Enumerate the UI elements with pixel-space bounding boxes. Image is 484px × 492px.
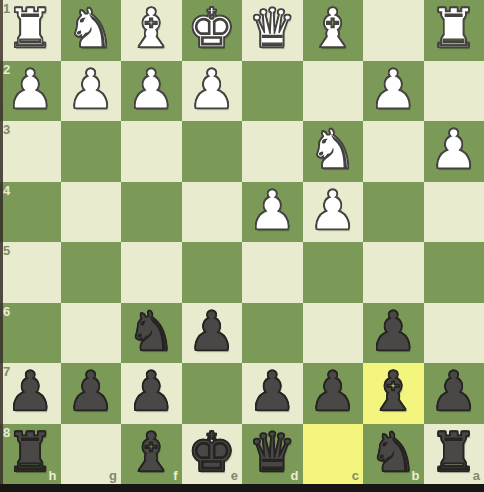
- square-g4[interactable]: [61, 182, 122, 243]
- white-rook-piece[interactable]: ♜: [430, 2, 478, 56]
- square-b6[interactable]: ♟: [363, 303, 424, 364]
- black-pawn-piece[interactable]: ♟: [430, 365, 478, 419]
- black-pawn-piece[interactable]: ♟: [6, 365, 54, 419]
- white-queen-piece[interactable]: ♛: [248, 2, 296, 56]
- square-e2[interactable]: ♟: [182, 61, 243, 122]
- square-f2[interactable]: ♟: [121, 61, 182, 122]
- window-left-edge: [0, 0, 3, 484]
- white-rook-piece[interactable]: ♜: [6, 2, 54, 56]
- square-h1[interactable]: ♜1: [0, 0, 61, 61]
- white-pawn-piece[interactable]: ♟: [6, 63, 54, 117]
- square-b5[interactable]: [363, 242, 424, 303]
- black-pawn-piece[interactable]: ♟: [248, 365, 296, 419]
- white-king-piece[interactable]: ♚: [188, 2, 236, 56]
- square-f3[interactable]: [121, 121, 182, 182]
- black-rook-piece[interactable]: ♜: [6, 426, 54, 480]
- square-d1[interactable]: ♛: [242, 0, 303, 61]
- square-a2[interactable]: [424, 61, 484, 122]
- square-c3[interactable]: ♞: [303, 121, 364, 182]
- square-f8[interactable]: ♝f: [121, 424, 182, 485]
- rank-label-4: 4: [3, 184, 10, 197]
- square-h7[interactable]: ♟7: [0, 363, 61, 424]
- square-d3[interactable]: [242, 121, 303, 182]
- square-e8[interactable]: ♚e: [182, 424, 243, 485]
- white-pawn-piece[interactable]: ♟: [67, 63, 115, 117]
- square-c8[interactable]: c: [303, 424, 364, 485]
- black-bishop-piece[interactable]: ♝: [369, 365, 417, 419]
- square-d7[interactable]: ♟: [242, 363, 303, 424]
- square-c6[interactable]: [303, 303, 364, 364]
- rank-label-5: 5: [3, 244, 10, 257]
- rank-label-6: 6: [3, 305, 10, 318]
- square-f5[interactable]: [121, 242, 182, 303]
- square-f7[interactable]: ♟: [121, 363, 182, 424]
- square-c5[interactable]: [303, 242, 364, 303]
- black-pawn-piece[interactable]: ♟: [188, 305, 236, 359]
- square-b8[interactable]: ♞b: [363, 424, 424, 485]
- square-c4[interactable]: ♟: [303, 182, 364, 243]
- square-c7[interactable]: ♟: [303, 363, 364, 424]
- square-e5[interactable]: [182, 242, 243, 303]
- square-h4[interactable]: 4: [0, 182, 61, 243]
- white-pawn-piece[interactable]: ♟: [127, 63, 175, 117]
- window-bottom-bar: [0, 484, 484, 492]
- white-pawn-piece[interactable]: ♟: [188, 63, 236, 117]
- square-f4[interactable]: [121, 182, 182, 243]
- square-a7[interactable]: ♟: [424, 363, 484, 424]
- black-pawn-piece[interactable]: ♟: [309, 365, 357, 419]
- black-pawn-piece[interactable]: ♟: [127, 365, 175, 419]
- white-bishop-piece[interactable]: ♝: [309, 2, 357, 56]
- square-h8[interactable]: ♜8h: [0, 424, 61, 485]
- black-pawn-piece[interactable]: ♟: [369, 305, 417, 359]
- square-g6[interactable]: [61, 303, 122, 364]
- white-knight-piece[interactable]: ♞: [67, 2, 115, 56]
- square-d4[interactable]: ♟: [242, 182, 303, 243]
- white-pawn-piece[interactable]: ♟: [309, 184, 357, 238]
- black-knight-piece[interactable]: ♞: [369, 426, 417, 480]
- square-d6[interactable]: [242, 303, 303, 364]
- square-g3[interactable]: [61, 121, 122, 182]
- black-pawn-piece[interactable]: ♟: [67, 365, 115, 419]
- square-a6[interactable]: [424, 303, 484, 364]
- black-rook-piece[interactable]: ♜: [430, 426, 478, 480]
- square-e1[interactable]: ♚: [182, 0, 243, 61]
- file-label-g: g: [109, 469, 117, 482]
- square-b4[interactable]: [363, 182, 424, 243]
- square-f1[interactable]: ♝: [121, 0, 182, 61]
- square-b1[interactable]: [363, 0, 424, 61]
- square-d2[interactable]: [242, 61, 303, 122]
- square-c1[interactable]: ♝: [303, 0, 364, 61]
- square-d5[interactable]: [242, 242, 303, 303]
- square-e6[interactable]: ♟: [182, 303, 243, 364]
- square-a4[interactable]: [424, 182, 484, 243]
- square-g5[interactable]: [61, 242, 122, 303]
- white-pawn-piece[interactable]: ♟: [369, 63, 417, 117]
- chess-app-screen: ♜1♞♝♚♛♝♜♟2♟♟♟♟3♞♟4♟♟56♞♟♟♟7♟♟♟♟♝♟♜8hg♝f♚…: [0, 0, 484, 492]
- black-bishop-piece[interactable]: ♝: [127, 426, 175, 480]
- square-a3[interactable]: ♟: [424, 121, 484, 182]
- black-knight-piece[interactable]: ♞: [127, 305, 175, 359]
- file-label-c: c: [352, 469, 359, 482]
- square-g1[interactable]: ♞: [61, 0, 122, 61]
- rank-label-3: 3: [3, 123, 10, 136]
- black-king-piece[interactable]: ♚: [188, 426, 236, 480]
- square-e7[interactable]: [182, 363, 243, 424]
- square-h5[interactable]: 5: [0, 242, 61, 303]
- square-d8[interactable]: ♛d: [242, 424, 303, 485]
- square-h2[interactable]: ♟2: [0, 61, 61, 122]
- square-c2[interactable]: [303, 61, 364, 122]
- square-h3[interactable]: 3: [0, 121, 61, 182]
- square-a1[interactable]: ♜: [424, 0, 484, 61]
- square-h6[interactable]: 6: [0, 303, 61, 364]
- square-a8[interactable]: ♜a: [424, 424, 484, 485]
- white-bishop-piece[interactable]: ♝: [127, 2, 175, 56]
- black-queen-piece[interactable]: ♛: [248, 426, 296, 480]
- square-a5[interactable]: [424, 242, 484, 303]
- square-g8[interactable]: g: [61, 424, 122, 485]
- square-f6[interactable]: ♞: [121, 303, 182, 364]
- square-b7[interactable]: ♝: [363, 363, 424, 424]
- square-e3[interactable]: [182, 121, 243, 182]
- square-b3[interactable]: [363, 121, 424, 182]
- chess-board[interactable]: ♜1♞♝♚♛♝♜♟2♟♟♟♟3♞♟4♟♟56♞♟♟♟7♟♟♟♟♝♟♜8hg♝f♚…: [0, 0, 484, 484]
- white-pawn-piece[interactable]: ♟: [248, 184, 296, 238]
- white-knight-piece[interactable]: ♞: [309, 123, 357, 177]
- white-pawn-piece[interactable]: ♟: [430, 123, 478, 177]
- square-g2[interactable]: ♟: [61, 61, 122, 122]
- square-g7[interactable]: ♟: [61, 363, 122, 424]
- square-b2[interactable]: ♟: [363, 61, 424, 122]
- square-e4[interactable]: [182, 182, 243, 243]
